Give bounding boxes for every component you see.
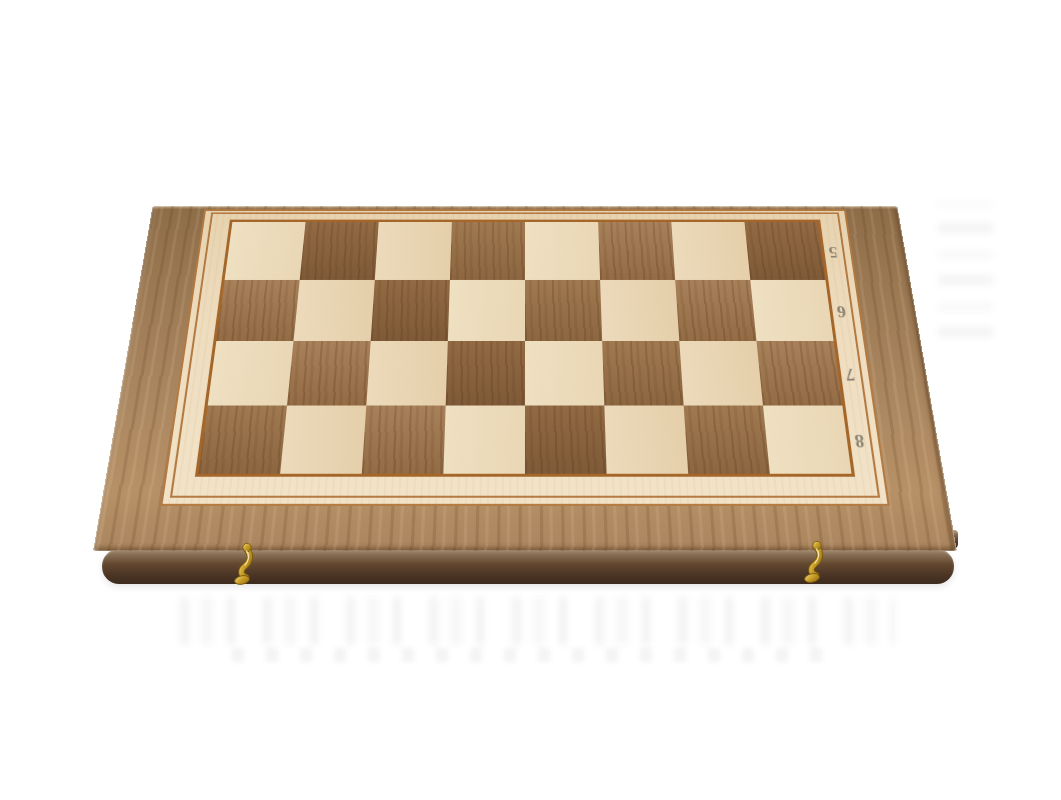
square[interactable] — [675, 280, 756, 341]
square[interactable] — [294, 280, 375, 341]
board-grid — [195, 220, 855, 477]
square[interactable] — [525, 406, 607, 474]
watermark-strip-bottom-2 — [232, 648, 832, 662]
walnut-frame: 5678 — [93, 206, 957, 551]
square[interactable] — [525, 222, 600, 280]
square[interactable] — [756, 341, 842, 406]
square[interactable] — [216, 280, 299, 341]
square[interactable] — [604, 406, 688, 474]
square[interactable] — [679, 341, 763, 406]
product-photo-scene: 5678 — [0, 0, 1061, 800]
square[interactable] — [750, 280, 833, 341]
square[interactable] — [446, 341, 525, 406]
square[interactable] — [198, 406, 287, 474]
brass-clasp-icon[interactable] — [802, 540, 830, 584]
square[interactable] — [375, 222, 452, 280]
square[interactable] — [443, 406, 525, 474]
square[interactable] — [300, 222, 379, 280]
square[interactable] — [684, 406, 770, 474]
square[interactable] — [225, 222, 306, 280]
square[interactable] — [525, 341, 604, 406]
square[interactable] — [366, 341, 448, 406]
square[interactable] — [600, 280, 679, 341]
square[interactable] — [448, 280, 525, 341]
square[interactable] — [602, 341, 684, 406]
square[interactable] — [362, 406, 446, 474]
square[interactable] — [763, 406, 852, 474]
watermark-strip-right — [938, 202, 993, 337]
square[interactable] — [280, 406, 366, 474]
square[interactable] — [525, 280, 602, 341]
square[interactable] — [287, 341, 371, 406]
square[interactable] — [744, 222, 825, 280]
square[interactable] — [208, 341, 294, 406]
square[interactable] — [371, 280, 450, 341]
square[interactable] — [450, 222, 525, 280]
watermark-strip-bottom — [180, 597, 895, 645]
square[interactable] — [671, 222, 750, 280]
chessboard-top: 5678 — [93, 206, 957, 551]
brass-clasp-icon[interactable] — [232, 542, 260, 586]
square[interactable] — [598, 222, 675, 280]
